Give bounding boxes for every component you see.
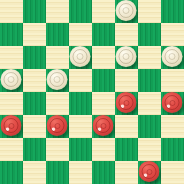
white-man[interactable]: ⛀ [162,46,183,67]
red-man[interactable]: ⛂ [1,115,22,136]
square-c5[interactable]: ⛀ [46,69,69,92]
square-a1[interactable] [0,161,23,184]
square-h5[interactable] [161,69,184,92]
red-man[interactable]: ⛂ [116,92,137,113]
square-a8[interactable] [0,0,23,23]
white-man[interactable]: ⛀ [47,69,68,90]
square-d1[interactable] [69,161,92,184]
square-d2[interactable] [69,138,92,161]
square-e6[interactable] [92,46,115,69]
white-man[interactable]: ⛀ [116,46,137,67]
square-f8[interactable]: ⛀ [115,0,138,23]
square-b7[interactable] [23,23,46,46]
square-b6[interactable] [23,46,46,69]
square-d6[interactable]: ⛀ [69,46,92,69]
square-f3[interactable] [115,115,138,138]
red-man[interactable]: ⛂ [162,92,183,113]
square-c4[interactable] [46,92,69,115]
square-e2[interactable] [92,138,115,161]
square-c1[interactable] [46,161,69,184]
square-f4[interactable]: ⛂ [115,92,138,115]
checkers-board: ⛀⛀⛀⛀⛀⛀⛂⛂⛂⛂⛂⛂ [0,0,184,184]
white-man[interactable]: ⛀ [1,69,22,90]
square-g8[interactable] [138,0,161,23]
square-g2[interactable] [138,138,161,161]
square-h6[interactable]: ⛀ [161,46,184,69]
square-c6[interactable] [46,46,69,69]
red-man[interactable]: ⛂ [139,161,160,182]
square-e7[interactable] [92,23,115,46]
square-a7[interactable] [0,23,23,46]
square-b5[interactable] [23,69,46,92]
square-c3[interactable]: ⛂ [46,115,69,138]
square-c8[interactable] [46,0,69,23]
square-b8[interactable] [23,0,46,23]
square-e3[interactable]: ⛂ [92,115,115,138]
square-g3[interactable] [138,115,161,138]
square-f5[interactable] [115,69,138,92]
square-g7[interactable] [138,23,161,46]
square-g4[interactable] [138,92,161,115]
square-h8[interactable] [161,0,184,23]
square-c7[interactable] [46,23,69,46]
square-g6[interactable] [138,46,161,69]
square-h7[interactable] [161,23,184,46]
square-f1[interactable] [115,161,138,184]
square-b1[interactable] [23,161,46,184]
square-a4[interactable] [0,92,23,115]
square-d7[interactable] [69,23,92,46]
red-man[interactable]: ⛂ [47,115,68,136]
square-d8[interactable] [69,0,92,23]
square-b4[interactable] [23,92,46,115]
square-a3[interactable]: ⛂ [0,115,23,138]
square-e4[interactable] [92,92,115,115]
square-f7[interactable] [115,23,138,46]
square-a5[interactable]: ⛀ [0,69,23,92]
square-d4[interactable] [69,92,92,115]
white-man[interactable]: ⛀ [116,0,137,21]
square-a6[interactable] [0,46,23,69]
square-a2[interactable] [0,138,23,161]
square-d3[interactable] [69,115,92,138]
square-h1[interactable] [161,161,184,184]
red-man[interactable]: ⛂ [93,115,114,136]
square-b3[interactable] [23,115,46,138]
square-f6[interactable]: ⛀ [115,46,138,69]
square-e5[interactable] [92,69,115,92]
square-c2[interactable] [46,138,69,161]
square-h3[interactable] [161,115,184,138]
square-f2[interactable] [115,138,138,161]
square-g1[interactable]: ⛂ [138,161,161,184]
square-d5[interactable] [69,69,92,92]
white-man[interactable]: ⛀ [70,46,91,67]
square-e8[interactable] [92,0,115,23]
square-h4[interactable]: ⛂ [161,92,184,115]
square-b2[interactable] [23,138,46,161]
square-g5[interactable] [138,69,161,92]
square-e1[interactable] [92,161,115,184]
square-h2[interactable] [161,138,184,161]
